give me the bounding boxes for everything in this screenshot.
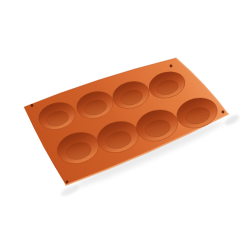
- product-photo: [0, 0, 250, 250]
- silicone-mold-photo: [0, 0, 250, 250]
- corner-hole: [66, 181, 69, 184]
- corner-hole: [222, 111, 225, 114]
- cast-shadow: [59, 183, 80, 198]
- corner-hole: [31, 104, 34, 107]
- corner-hole: [170, 65, 173, 68]
